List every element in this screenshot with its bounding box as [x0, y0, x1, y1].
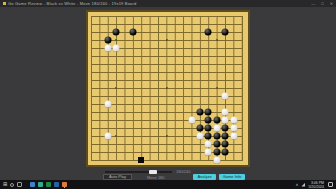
maximize-button[interactable]: □: [321, 0, 323, 7]
system-tray: ∧ 3:46 PM 5/20/2024: [295, 180, 334, 189]
black-stone: [222, 133, 229, 140]
white-stone: [222, 109, 229, 116]
black-stone: [222, 29, 229, 36]
black-stone: [222, 125, 229, 132]
black-stone: [205, 117, 212, 124]
star-point: [166, 39, 168, 41]
white-stone: [230, 117, 237, 124]
minimize-button[interactable]: —: [311, 0, 315, 7]
window-title: Go Game Review - Black vs White - Move 1…: [8, 1, 305, 6]
window-titlebar: Go Game Review - Black vs White - Move 1…: [0, 0, 336, 7]
clock-date: 5/20/2024: [308, 185, 324, 189]
board-grid-lines: [91, 16, 243, 161]
black-stone: [205, 109, 212, 116]
move-counter: 180/240: [176, 169, 190, 174]
white-stone: [113, 45, 120, 52]
white-stone: [205, 149, 212, 156]
white-stone: [213, 125, 220, 132]
black-stone: [129, 29, 136, 36]
star-point: [166, 87, 168, 89]
white-stone: [104, 133, 111, 140]
windows-taskbar: ⊞ ∧ 3:46 PM 5/20/2024: [0, 180, 336, 189]
search-icon[interactable]: [10, 183, 14, 187]
close-button[interactable]: ✕: [330, 0, 333, 7]
mail-icon[interactable]: [54, 182, 59, 187]
edge-icon[interactable]: [30, 182, 35, 187]
start-button[interactable]: ⊞: [3, 180, 7, 189]
go-app-icon[interactable]: [62, 182, 67, 187]
white-stone: [230, 125, 237, 132]
star-point: [166, 135, 168, 137]
desktop: Go Game Review - Black vs White - Move 1…: [0, 0, 336, 189]
black-stone: [222, 149, 229, 156]
star-point: [115, 135, 117, 137]
white-stone: [104, 101, 111, 108]
white-stone: [222, 117, 229, 124]
star-point: [216, 39, 218, 41]
black-stone: [205, 29, 212, 36]
action-center-icon[interactable]: [328, 182, 333, 187]
black-stone: [213, 149, 220, 156]
last-move-square-marker: [138, 157, 144, 163]
white-stone: [222, 93, 229, 100]
star-point: [216, 87, 218, 89]
task-view-icon[interactable]: [17, 182, 22, 187]
tray-chevron-icon[interactable]: ∧: [295, 182, 298, 187]
black-stone: [104, 37, 111, 44]
black-stone: [197, 109, 204, 116]
white-stone: [230, 133, 237, 140]
white-stone: [104, 45, 111, 52]
taskbar-clock[interactable]: 3:46 PM 5/20/2024: [308, 181, 324, 189]
black-stone: [205, 125, 212, 132]
app-icon: [3, 2, 6, 5]
files-icon[interactable]: [38, 182, 43, 187]
star-point: [115, 39, 117, 41]
white-stone: [205, 141, 212, 148]
move-slider-track[interactable]: [105, 171, 172, 173]
white-stone: [213, 157, 220, 164]
sheets-icon[interactable]: [46, 182, 51, 187]
black-stone: [213, 117, 220, 124]
move-slider-handle[interactable]: [149, 170, 157, 174]
black-stone: [113, 29, 120, 36]
network-icon[interactable]: [301, 183, 305, 187]
star-point: [115, 87, 117, 89]
clock-time: 3:46 PM: [308, 181, 324, 185]
white-stone: [188, 117, 195, 124]
black-stone: [222, 141, 229, 148]
black-stone: [197, 125, 204, 132]
black-stone: [205, 133, 212, 140]
black-stone: [213, 141, 220, 148]
go-board[interactable]: [86, 10, 250, 167]
white-stone: [197, 133, 204, 140]
black-stone: [213, 133, 220, 140]
